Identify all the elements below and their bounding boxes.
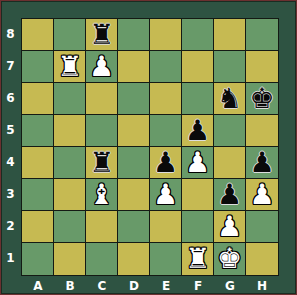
file-label-g: G <box>214 277 246 294</box>
file-label-c: C <box>86 277 118 294</box>
square-d5[interactable] <box>118 115 150 147</box>
square-b5[interactable] <box>54 115 86 147</box>
square-g5[interactable] <box>214 115 246 147</box>
square-g2[interactable]: ♟ <box>214 211 246 243</box>
square-g4[interactable] <box>214 147 246 179</box>
square-a3[interactable] <box>22 179 54 211</box>
piece-white-pawn[interactable]: ♟ <box>217 212 242 242</box>
square-f2[interactable] <box>182 211 214 243</box>
square-e3[interactable]: ♟ <box>150 179 182 211</box>
square-b2[interactable] <box>54 211 86 243</box>
file-label-h: H <box>246 277 278 294</box>
file-label-a: A <box>22 277 54 294</box>
square-c4[interactable]: ♜ <box>86 147 118 179</box>
square-e8[interactable] <box>150 19 182 51</box>
square-d8[interactable] <box>118 19 150 51</box>
square-c5[interactable] <box>86 115 118 147</box>
piece-black-pawn[interactable]: ♟ <box>217 180 242 210</box>
square-c1[interactable] <box>86 243 118 275</box>
piece-black-pawn[interactable]: ♟ <box>185 116 210 146</box>
square-g8[interactable] <box>214 19 246 51</box>
rank-label-4: 4 <box>1 146 20 178</box>
piece-black-pawn[interactable]: ♟ <box>153 148 178 178</box>
square-b3[interactable] <box>54 179 86 211</box>
square-c7[interactable]: ♟ <box>86 51 118 83</box>
piece-white-pawn[interactable]: ♟ <box>249 180 274 210</box>
rank-label-1: 1 <box>1 242 20 274</box>
piece-black-king[interactable]: ♚ <box>249 84 274 114</box>
square-a1[interactable] <box>22 243 54 275</box>
rank-label-7: 7 <box>1 50 20 82</box>
square-a7[interactable] <box>22 51 54 83</box>
piece-white-king[interactable]: ♚ <box>217 244 242 274</box>
square-d3[interactable] <box>118 179 150 211</box>
square-g3[interactable]: ♟ <box>214 179 246 211</box>
square-f1[interactable]: ♜ <box>182 243 214 275</box>
square-f7[interactable] <box>182 51 214 83</box>
piece-black-rook[interactable]: ♜ <box>89 20 114 50</box>
file-label-f: F <box>182 277 214 294</box>
chess-board[interactable]: ♜♜♟♞♚♟♜♟♟♟♝♟♟♟♟♜♚ <box>21 18 279 276</box>
square-d6[interactable] <box>118 83 150 115</box>
rank-label-3: 3 <box>1 178 20 210</box>
square-d1[interactable] <box>118 243 150 275</box>
square-g1[interactable]: ♚ <box>214 243 246 275</box>
square-e6[interactable] <box>150 83 182 115</box>
file-label-d: D <box>118 277 150 294</box>
square-h7[interactable] <box>246 51 278 83</box>
square-h4[interactable]: ♟ <box>246 147 278 179</box>
square-f3[interactable] <box>182 179 214 211</box>
board-frame: 87654321 ♜♜♟♞♚♟♜♟♟♟♝♟♟♟♟♜♚ ABCDEFGH <box>0 0 297 295</box>
square-c2[interactable] <box>86 211 118 243</box>
piece-white-pawn[interactable]: ♟ <box>185 148 210 178</box>
square-h8[interactable] <box>246 19 278 51</box>
square-d7[interactable] <box>118 51 150 83</box>
square-g6[interactable]: ♞ <box>214 83 246 115</box>
square-h5[interactable] <box>246 115 278 147</box>
file-labels: ABCDEFGH <box>22 277 278 294</box>
rank-label-6: 6 <box>1 82 20 114</box>
square-f6[interactable] <box>182 83 214 115</box>
square-h1[interactable] <box>246 243 278 275</box>
piece-black-rook[interactable]: ♜ <box>89 148 114 178</box>
square-f5[interactable]: ♟ <box>182 115 214 147</box>
square-d2[interactable] <box>118 211 150 243</box>
square-f8[interactable] <box>182 19 214 51</box>
square-h3[interactable]: ♟ <box>246 179 278 211</box>
square-b7[interactable]: ♜ <box>54 51 86 83</box>
square-d4[interactable] <box>118 147 150 179</box>
square-a4[interactable] <box>22 147 54 179</box>
square-b1[interactable] <box>54 243 86 275</box>
square-e1[interactable] <box>150 243 182 275</box>
square-e2[interactable] <box>150 211 182 243</box>
square-c3[interactable]: ♝ <box>86 179 118 211</box>
piece-white-pawn[interactable]: ♟ <box>89 52 114 82</box>
square-a8[interactable] <box>22 19 54 51</box>
square-b4[interactable] <box>54 147 86 179</box>
square-e4[interactable]: ♟ <box>150 147 182 179</box>
piece-white-rook[interactable]: ♜ <box>185 244 210 274</box>
square-h2[interactable] <box>246 211 278 243</box>
rank-label-8: 8 <box>1 18 20 50</box>
square-e5[interactable] <box>150 115 182 147</box>
file-label-b: B <box>54 277 86 294</box>
piece-white-pawn[interactable]: ♟ <box>153 180 178 210</box>
square-f4[interactable]: ♟ <box>182 147 214 179</box>
square-a2[interactable] <box>22 211 54 243</box>
file-label-e: E <box>150 277 182 294</box>
square-b6[interactable] <box>54 83 86 115</box>
square-g7[interactable] <box>214 51 246 83</box>
square-c8[interactable]: ♜ <box>86 19 118 51</box>
square-b8[interactable] <box>54 19 86 51</box>
piece-white-bishop[interactable]: ♝ <box>89 180 114 210</box>
rank-labels: 87654321 <box>1 18 20 274</box>
square-e7[interactable] <box>150 51 182 83</box>
rank-label-5: 5 <box>1 114 20 146</box>
square-a5[interactable] <box>22 115 54 147</box>
rank-label-2: 2 <box>1 210 20 242</box>
square-c6[interactable] <box>86 83 118 115</box>
square-h6[interactable]: ♚ <box>246 83 278 115</box>
square-a6[interactable] <box>22 83 54 115</box>
piece-black-pawn[interactable]: ♟ <box>249 148 274 178</box>
piece-black-knight[interactable]: ♞ <box>217 84 242 114</box>
piece-white-rook[interactable]: ♜ <box>57 52 82 82</box>
